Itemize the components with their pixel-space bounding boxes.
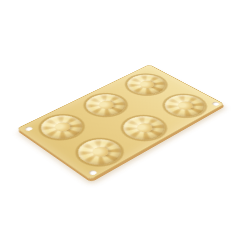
silicone-mold: [17, 64, 225, 180]
cavity-fluted-bowl: [33, 111, 91, 144]
product-photo: [0, 0, 240, 240]
cavity-fluted-bowl: [115, 112, 173, 145]
mold-cavity: [29, 109, 95, 147]
mold-cavity: [153, 89, 217, 124]
cavity-grid: [18, 65, 223, 179]
cavity-center-post: [88, 145, 111, 158]
mold-cavity: [111, 109, 177, 147]
cavity-center-post: [133, 122, 155, 134]
mold-cavity: [65, 132, 134, 173]
scene: [0, 0, 240, 240]
mold-cavity: [74, 88, 138, 123]
cavity-fluted-bowl: [70, 134, 130, 170]
cavity-center-post: [51, 121, 73, 133]
